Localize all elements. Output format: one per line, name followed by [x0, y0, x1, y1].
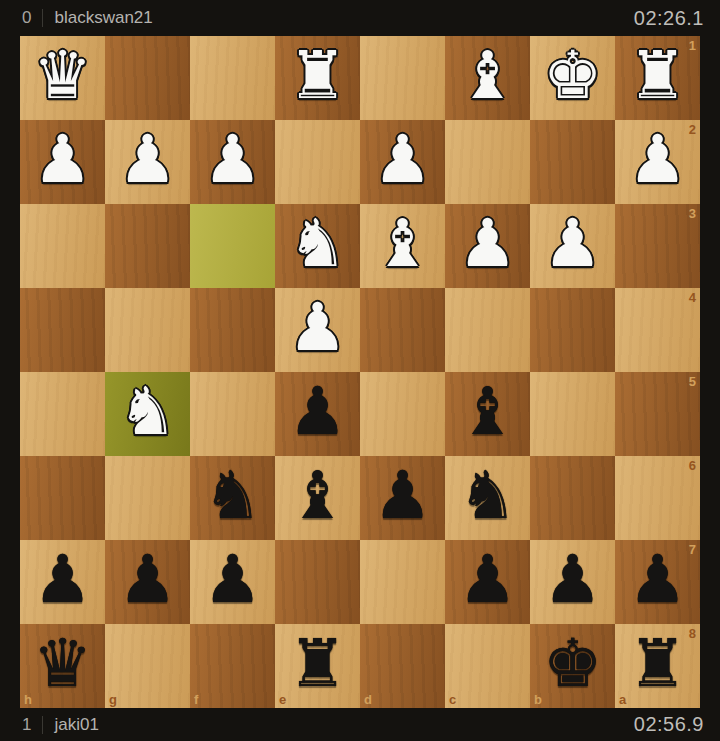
piece-black-pawn[interactable]: ♟	[33, 547, 92, 613]
square-d2[interactable]: ♟	[360, 120, 445, 204]
bottom-bar-divider	[42, 716, 43, 734]
square-c4[interactable]	[445, 288, 530, 372]
board-area: ♛♜♝♚♜1♟♟♟♟♟2♞♝♟♟3♟4♞♟♝5♞♝♟♞6♟♟♟♟♟♟7♛hgf♜…	[0, 36, 720, 708]
square-e3[interactable]: ♞	[275, 204, 360, 288]
square-f4[interactable]	[190, 288, 275, 372]
top-player-bar: 0 blackswan21 02:26.1	[0, 0, 720, 36]
square-d6[interactable]: ♟	[360, 456, 445, 540]
square-b2[interactable]	[530, 120, 615, 204]
square-f3[interactable]	[190, 204, 275, 288]
square-g7[interactable]: ♟	[105, 540, 190, 624]
piece-white-pawn[interactable]: ♟	[118, 127, 177, 193]
rank-label-7: 7	[689, 543, 696, 556]
rank-label-5: 5	[689, 375, 696, 388]
piece-black-pawn[interactable]: ♟	[203, 547, 262, 613]
square-e1[interactable]: ♜	[275, 36, 360, 120]
square-f6[interactable]: ♞	[190, 456, 275, 540]
piece-black-pawn[interactable]: ♟	[118, 547, 177, 613]
file-label-h: h	[24, 693, 32, 706]
piece-white-pawn[interactable]: ♟	[373, 127, 432, 193]
bottom-player-bar: 1 jaki01 02:56.9	[0, 708, 720, 741]
piece-white-pawn[interactable]: ♟	[543, 211, 602, 277]
piece-white-pawn[interactable]: ♟	[288, 295, 347, 361]
top-bar-divider	[42, 9, 43, 27]
square-h8[interactable]: ♛h	[20, 624, 105, 708]
piece-black-rook[interactable]: ♜	[628, 631, 687, 697]
piece-black-knight[interactable]: ♞	[203, 463, 262, 529]
file-label-c: c	[449, 693, 456, 706]
top-player-clock: 02:26.1	[634, 7, 704, 30]
square-e8[interactable]: ♜e	[275, 624, 360, 708]
piece-white-bishop[interactable]: ♝	[458, 43, 517, 109]
square-g6[interactable]	[105, 456, 190, 540]
rank-label-8: 8	[689, 627, 696, 640]
square-a8[interactable]: ♜8a	[615, 624, 700, 708]
piece-white-bishop[interactable]: ♝	[373, 211, 432, 277]
rank-label-1: 1	[689, 39, 696, 52]
piece-white-pawn[interactable]: ♟	[33, 127, 92, 193]
piece-white-rook[interactable]: ♜	[628, 43, 687, 109]
square-h6[interactable]	[20, 456, 105, 540]
square-h3[interactable]	[20, 204, 105, 288]
square-g5[interactable]: ♞	[105, 372, 190, 456]
square-b6[interactable]	[530, 456, 615, 540]
square-b7[interactable]: ♟	[530, 540, 615, 624]
piece-black-rook[interactable]: ♜	[288, 631, 347, 697]
square-b8[interactable]: ♚b	[530, 624, 615, 708]
square-c5[interactable]: ♝	[445, 372, 530, 456]
square-d3[interactable]: ♝	[360, 204, 445, 288]
piece-black-knight[interactable]: ♞	[458, 463, 517, 529]
square-a2[interactable]: ♟2	[615, 120, 700, 204]
square-e7[interactable]	[275, 540, 360, 624]
bottom-player-clock: 02:56.9	[634, 713, 704, 736]
square-a3[interactable]: 3	[615, 204, 700, 288]
piece-black-pawn[interactable]: ♟	[373, 463, 432, 529]
top-player-name[interactable]: blackswan21	[54, 8, 152, 28]
rank-label-3: 3	[689, 207, 696, 220]
rank-label-6: 6	[689, 459, 696, 472]
square-e5[interactable]: ♟	[275, 372, 360, 456]
rank-label-2: 2	[689, 123, 696, 136]
square-a7[interactable]: ♟7	[615, 540, 700, 624]
square-d5[interactable]	[360, 372, 445, 456]
square-d7[interactable]	[360, 540, 445, 624]
piece-black-pawn[interactable]: ♟	[628, 547, 687, 613]
square-g2[interactable]: ♟	[105, 120, 190, 204]
file-label-a: a	[619, 693, 626, 706]
piece-black-bishop[interactable]: ♝	[458, 379, 517, 445]
square-h5[interactable]	[20, 372, 105, 456]
file-label-d: d	[364, 693, 372, 706]
piece-white-knight[interactable]: ♞	[288, 211, 347, 277]
piece-black-bishop[interactable]: ♝	[288, 463, 347, 529]
square-d8[interactable]: d	[360, 624, 445, 708]
square-g4[interactable]	[105, 288, 190, 372]
square-g8[interactable]: g	[105, 624, 190, 708]
square-b4[interactable]	[530, 288, 615, 372]
chess-app: 0 blackswan21 02:26.1 ♛♜♝♚♜1♟♟♟♟♟2♞♝♟♟3♟…	[0, 0, 720, 741]
square-b3[interactable]: ♟	[530, 204, 615, 288]
square-d4[interactable]	[360, 288, 445, 372]
square-b5[interactable]	[530, 372, 615, 456]
square-c3[interactable]: ♟	[445, 204, 530, 288]
square-a4[interactable]: 4	[615, 288, 700, 372]
bottom-player-score: 1	[22, 715, 31, 735]
square-g1[interactable]	[105, 36, 190, 120]
chess-board[interactable]: ♛♜♝♚♜1♟♟♟♟♟2♞♝♟♟3♟4♞♟♝5♞♝♟♞6♟♟♟♟♟♟7♛hgf♜…	[20, 36, 700, 708]
top-player-score: 0	[22, 8, 31, 28]
piece-white-king[interactable]: ♚	[543, 43, 602, 109]
piece-white-pawn[interactable]: ♟	[203, 127, 262, 193]
piece-black-queen[interactable]: ♛	[33, 631, 92, 697]
square-e4[interactable]: ♟	[275, 288, 360, 372]
square-f1[interactable]	[190, 36, 275, 120]
file-label-g: g	[109, 693, 117, 706]
square-c7[interactable]: ♟	[445, 540, 530, 624]
piece-white-pawn[interactable]: ♟	[458, 211, 517, 277]
file-label-e: e	[279, 693, 286, 706]
square-c2[interactable]	[445, 120, 530, 204]
bottom-player-name[interactable]: jaki01	[54, 715, 98, 735]
square-c8[interactable]: c	[445, 624, 530, 708]
square-e6[interactable]: ♝	[275, 456, 360, 540]
square-g3[interactable]	[105, 204, 190, 288]
piece-white-rook[interactable]: ♜	[288, 43, 347, 109]
square-e2[interactable]	[275, 120, 360, 204]
square-f2[interactable]: ♟	[190, 120, 275, 204]
square-h4[interactable]	[20, 288, 105, 372]
piece-white-pawn[interactable]: ♟	[628, 127, 687, 193]
square-h2[interactable]: ♟	[20, 120, 105, 204]
square-b1[interactable]: ♚	[530, 36, 615, 120]
rank-label-4: 4	[689, 291, 696, 304]
piece-black-pawn[interactable]: ♟	[458, 547, 517, 613]
file-label-b: b	[534, 693, 542, 706]
square-c6[interactable]: ♞	[445, 456, 530, 540]
square-h1[interactable]: ♛	[20, 36, 105, 120]
square-d1[interactable]	[360, 36, 445, 120]
piece-black-pawn[interactable]: ♟	[288, 379, 347, 445]
piece-white-knight[interactable]: ♞	[118, 379, 177, 445]
file-label-f: f	[194, 693, 198, 706]
piece-black-pawn[interactable]: ♟	[543, 547, 602, 613]
square-f8[interactable]: f	[190, 624, 275, 708]
square-a5[interactable]: 5	[615, 372, 700, 456]
piece-white-queen[interactable]: ♛	[33, 43, 92, 109]
square-c1[interactable]: ♝	[445, 36, 530, 120]
square-h7[interactable]: ♟	[20, 540, 105, 624]
square-a6[interactable]: 6	[615, 456, 700, 540]
square-f5[interactable]	[190, 372, 275, 456]
square-a1[interactable]: ♜1	[615, 36, 700, 120]
piece-black-king[interactable]: ♚	[543, 631, 602, 697]
square-f7[interactable]: ♟	[190, 540, 275, 624]
